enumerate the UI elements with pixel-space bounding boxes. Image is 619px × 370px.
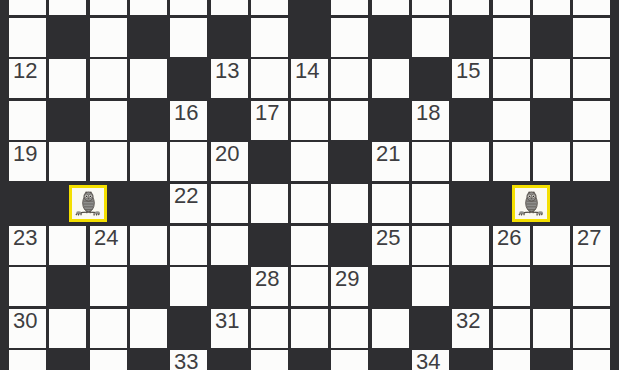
grid-cell[interactable]: [251, 184, 288, 223]
grid-cell[interactable]: [412, 142, 449, 181]
clue-number: 20: [215, 143, 239, 165]
block-cell: [130, 101, 167, 140]
clue-number: 15: [456, 60, 480, 82]
block-cell: [533, 350, 570, 370]
grid-cell[interactable]: [291, 184, 328, 223]
block-cell: [533, 101, 570, 140]
clue-number: 16: [174, 102, 198, 124]
block-cell: [211, 18, 248, 57]
grid-cell[interactable]: [291, 309, 328, 348]
grid-cell[interactable]: [90, 309, 127, 348]
grid-cell[interactable]: [573, 309, 610, 348]
grid-cell[interactable]: [533, 309, 570, 348]
grid-cell[interactable]: [372, 0, 409, 15]
grid-cell[interactable]: [412, 226, 449, 265]
grid-cell[interactable]: [9, 0, 46, 15]
grid-cell[interactable]: [211, 184, 248, 223]
grid-cell[interactable]: [49, 59, 86, 98]
grid-cell[interactable]: [533, 59, 570, 98]
clue-number: 34: [416, 351, 440, 370]
grid-cell[interactable]: [372, 309, 409, 348]
grid-cell[interactable]: [452, 226, 489, 265]
block-cell: [291, 0, 328, 15]
block-cell: [372, 18, 409, 57]
block-cell: [130, 184, 167, 223]
grid-cell[interactable]: [372, 184, 409, 223]
grid-cell[interactable]: [170, 226, 207, 265]
block-cell: [251, 226, 288, 265]
block-cell: [49, 350, 86, 370]
owl-icon: [74, 190, 103, 218]
block-cell: [251, 142, 288, 181]
grid-cell[interactable]: [291, 226, 328, 265]
grid-cell[interactable]: [331, 101, 368, 140]
grid-cell[interactable]: [251, 18, 288, 57]
grid-cell[interactable]: [573, 101, 610, 140]
block-cell: [49, 18, 86, 57]
grid-cell[interactable]: [452, 0, 489, 15]
crossword-grid: 1213141516171819202122232425262728293031…: [0, 0, 619, 370]
grid-cell[interactable]: [412, 0, 449, 15]
block-cell: [130, 350, 167, 370]
block-cell: [452, 267, 489, 306]
clue-number: 12: [13, 60, 37, 82]
grid-cell[interactable]: [90, 350, 127, 370]
grid-cell[interactable]: [211, 226, 248, 265]
grid-cell[interactable]: [251, 0, 288, 15]
grid-cell[interactable]: [130, 226, 167, 265]
clue-number: 17: [255, 102, 279, 124]
clue-number: 27: [577, 227, 601, 249]
block-cell: [170, 59, 207, 98]
grid-cell[interactable]: [493, 0, 530, 15]
grid-cell[interactable]: [9, 101, 46, 140]
clue-number: 31: [215, 310, 239, 332]
owl-marker: [69, 185, 107, 222]
clue-number: 19: [13, 143, 37, 165]
grid-cell[interactable]: [9, 267, 46, 306]
block-cell: [452, 184, 489, 223]
clue-number: 33: [174, 351, 198, 370]
block-cell: [372, 350, 409, 370]
grid-cell[interactable]: [493, 142, 530, 181]
clue-number: 13: [215, 60, 239, 82]
clue-number: 29: [335, 268, 359, 290]
grid-cell[interactable]: [211, 0, 248, 15]
block-cell: [211, 267, 248, 306]
grid-cell[interactable]: [130, 59, 167, 98]
clue-number: 22: [174, 185, 198, 207]
block-cell: [452, 101, 489, 140]
block-cell: [291, 18, 328, 57]
grid-cell[interactable]: [170, 18, 207, 57]
grid-cell[interactable]: [331, 0, 368, 15]
block-cell: [291, 350, 328, 370]
grid-cell[interactable]: [573, 18, 610, 57]
grid-cell[interactable]: [90, 18, 127, 57]
block-cell: [573, 184, 610, 223]
block-cell: [130, 18, 167, 57]
grid-cell[interactable]: [49, 142, 86, 181]
grid-cell[interactable]: [291, 267, 328, 306]
clue-number: 14: [295, 60, 319, 82]
block-cell: [170, 309, 207, 348]
grid-cell[interactable]: [90, 101, 127, 140]
grid-cell[interactable]: [573, 142, 610, 181]
block-cell: [372, 101, 409, 140]
grid-cell[interactable]: [452, 142, 489, 181]
block-cell: [331, 142, 368, 181]
block-cell: [49, 267, 86, 306]
clue-number: 24: [94, 227, 118, 249]
block-cell: [49, 101, 86, 140]
grid-cell[interactable]: [130, 309, 167, 348]
grid-cell[interactable]: [493, 309, 530, 348]
grid-cell[interactable]: [170, 142, 207, 181]
grid-cell[interactable]: [90, 267, 127, 306]
owl-icon: [517, 190, 546, 218]
grid-cell[interactable]: [49, 309, 86, 348]
grid-cell[interactable]: [291, 142, 328, 181]
clue-number: 21: [376, 143, 400, 165]
grid-cell[interactable]: [9, 350, 46, 370]
block-cell: [412, 59, 449, 98]
grid-cell[interactable]: [331, 59, 368, 98]
grid-cell[interactable]: [331, 184, 368, 223]
grid-cell[interactable]: [493, 350, 530, 370]
grid-cell[interactable]: [331, 309, 368, 348]
grid-cell[interactable]: [170, 0, 207, 15]
grid-cell[interactable]: [412, 184, 449, 223]
block-cell: [211, 350, 248, 370]
grid-cell[interactable]: [251, 59, 288, 98]
grid-cell[interactable]: [90, 142, 127, 181]
clue-number: 28: [255, 268, 279, 290]
grid-cell[interactable]: [90, 0, 127, 15]
owl-marker: [512, 185, 550, 222]
grid-cell[interactable]: [573, 0, 610, 15]
grid-cell[interactable]: [331, 350, 368, 370]
grid-cell[interactable]: [533, 226, 570, 265]
grid-cell[interactable]: [573, 59, 610, 98]
grid-cell[interactable]: [493, 101, 530, 140]
block-cell: [130, 267, 167, 306]
grid-cell[interactable]: [331, 18, 368, 57]
grid-cell[interactable]: [9, 18, 46, 57]
grid-cell[interactable]: [573, 267, 610, 306]
clue-number: 18: [416, 102, 440, 124]
grid-cell[interactable]: [493, 18, 530, 57]
grid-cell[interactable]: [251, 350, 288, 370]
grid-cell[interactable]: [493, 267, 530, 306]
block-cell: [452, 350, 489, 370]
grid-cell[interactable]: [90, 59, 127, 98]
block-cell: [533, 18, 570, 57]
grid-cell[interactable]: [372, 59, 409, 98]
clue-number: 23: [13, 227, 37, 249]
block-cell: [211, 101, 248, 140]
block-cell: [533, 267, 570, 306]
block-cell: [412, 309, 449, 348]
grid-cell[interactable]: [49, 0, 86, 15]
grid-cell[interactable]: [170, 267, 207, 306]
block-cell: [452, 18, 489, 57]
block-cell: [331, 226, 368, 265]
grid-cell[interactable]: [130, 142, 167, 181]
clue-number: 32: [456, 310, 480, 332]
grid-cell[interactable]: [49, 226, 86, 265]
clue-number: 25: [376, 227, 400, 249]
grid-cell[interactable]: [493, 59, 530, 98]
grid-cell[interactable]: [291, 101, 328, 140]
grid-cell[interactable]: [533, 142, 570, 181]
grid-cell[interactable]: [412, 267, 449, 306]
grid-cell[interactable]: [251, 309, 288, 348]
grid-cell[interactable]: [573, 350, 610, 370]
grid-cell[interactable]: [412, 18, 449, 57]
clue-number: 26: [497, 227, 521, 249]
block-cell: [9, 184, 46, 223]
clue-number: 30: [13, 310, 37, 332]
grid-cell[interactable]: [533, 0, 570, 15]
block-cell: [372, 267, 409, 306]
grid-cell[interactable]: [130, 0, 167, 15]
